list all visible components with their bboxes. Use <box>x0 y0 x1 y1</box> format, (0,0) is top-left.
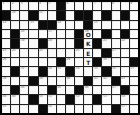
cell-r10c12[interactable] <box>102 86 110 94</box>
cell-r2c2[interactable]: 10 <box>11 11 19 19</box>
clue-number: 45 <box>57 86 61 90</box>
black-cell-r11c11 <box>93 95 101 103</box>
cell-r2c13[interactable] <box>112 11 120 19</box>
cell-r1c10[interactable] <box>84 2 92 10</box>
cell-r1c13[interactable]: 8 <box>112 2 120 10</box>
cell-r12c2[interactable] <box>11 105 19 113</box>
clue-number: 55 <box>3 105 7 109</box>
clue-number: 6 <box>66 2 68 6</box>
cell-r6c1[interactable]: 23 <box>2 49 10 57</box>
clue-number: 38 <box>3 77 7 81</box>
black-cell-r5c5 <box>39 39 47 47</box>
cell-r9c5[interactable]: 39 <box>39 77 47 85</box>
clue-number: 10 <box>12 11 16 15</box>
cell-r3c2[interactable] <box>11 21 19 29</box>
clue-number: 32 <box>48 67 52 71</box>
clue-number: 33 <box>57 67 61 71</box>
cell-r11c5[interactable]: 50 <box>39 95 47 103</box>
cell-r6c8[interactable] <box>66 49 74 57</box>
cell-r6c2[interactable]: 24 <box>11 49 19 57</box>
clue-number: 5 <box>48 2 50 6</box>
cell-r8c11[interactable]: 35 <box>93 67 101 75</box>
cell-r5c15[interactable] <box>130 39 138 47</box>
black-cell-r10c9 <box>75 86 83 94</box>
clue-number: 41 <box>94 77 98 81</box>
cell-r9c12[interactable]: 42 <box>102 77 110 85</box>
cell-r12c7[interactable] <box>57 105 65 113</box>
black-cell-r3c5 <box>39 21 47 29</box>
cell-r8c1[interactable] <box>2 67 10 75</box>
cell-r11c15[interactable] <box>130 95 138 103</box>
filled-letter: K <box>84 39 92 47</box>
cell-r4c3[interactable]: 16 <box>20 30 28 38</box>
cell-r7c3[interactable] <box>20 58 28 66</box>
black-cell-r12c5 <box>39 105 47 113</box>
cell-r3c12[interactable] <box>102 21 110 29</box>
black-cell-r4c9 <box>75 30 83 38</box>
black-cell-r1c7 <box>57 2 65 10</box>
cell-r7c12[interactable]: 30 <box>102 58 110 66</box>
clue-number: 9 <box>130 2 132 6</box>
cell-r1c11[interactable]: 7 <box>93 2 101 10</box>
black-cell-r9c13 <box>112 77 120 85</box>
clue-number: 53 <box>103 95 107 99</box>
clue-number: 8 <box>112 2 114 6</box>
cell-r5c3[interactable]: 19 <box>20 39 28 47</box>
cell-r1c4[interactable] <box>29 2 37 10</box>
cell-r7c10[interactable]: T <box>84 58 92 66</box>
cell-r10c4[interactable] <box>29 86 37 94</box>
cell-r3c3[interactable] <box>20 21 28 29</box>
cell-r1c8[interactable]: 6 <box>66 2 74 10</box>
cell-r9c14[interactable]: 43 <box>121 77 129 85</box>
cell-r7c1[interactable]: 28 <box>2 58 10 66</box>
clue-number: 14 <box>57 21 61 25</box>
cell-r1c12[interactable] <box>102 2 110 10</box>
clue-number: 1 <box>3 2 5 6</box>
cell-r6c13[interactable]: 27 <box>112 49 120 57</box>
clue-number: 21 <box>103 39 107 43</box>
clue-number: 56 <box>48 105 52 109</box>
black-cell-r3c10 <box>84 21 92 29</box>
cell-r10c11[interactable] <box>93 86 101 94</box>
black-cell-r2c7 <box>57 11 65 19</box>
cell-r12c6[interactable]: 56 <box>48 105 56 113</box>
clue-number: 26 <box>76 49 80 53</box>
black-cell-r8c12 <box>102 67 110 75</box>
black-cell-r10c2 <box>11 86 19 94</box>
cell-r9c6[interactable] <box>48 77 56 85</box>
cell-r10c7[interactable]: 45 <box>57 86 65 94</box>
cell-r12c15[interactable] <box>130 105 138 113</box>
cell-r10c13[interactable]: 47 <box>112 86 120 94</box>
black-cell-r2c9 <box>75 11 83 19</box>
clue-number: 17 <box>48 30 52 34</box>
cell-r6c11[interactable] <box>93 49 101 57</box>
cell-r6c9[interactable]: 26 <box>75 49 83 57</box>
clue-number: 35 <box>94 67 98 71</box>
black-cell-r2c1 <box>2 11 10 19</box>
clue-number: 47 <box>112 86 116 90</box>
cell-r10c10[interactable]: 46 <box>84 86 92 94</box>
clue-number: 27 <box>112 49 116 53</box>
cell-r9c8[interactable]: 40 <box>66 77 74 85</box>
clue-number: 34 <box>76 67 80 71</box>
crossword-grid: 123456789101112131415161718O1920K2122232… <box>2 2 138 113</box>
clue-number: 15 <box>94 21 98 25</box>
cell-r4c10[interactable]: 18O <box>84 30 92 38</box>
cell-r7c6[interactable] <box>48 58 56 66</box>
cell-r5c1[interactable] <box>2 39 10 47</box>
black-cell-r12c13 <box>112 105 120 113</box>
clue-number: 20 <box>48 39 52 43</box>
cell-r10c1[interactable] <box>2 86 10 94</box>
cell-r5c8[interactable] <box>66 39 74 47</box>
black-cell-r11c8 <box>66 95 74 103</box>
black-cell-r8c5 <box>39 67 47 75</box>
black-cell-r9c4 <box>29 77 37 85</box>
cell-r4c6[interactable]: 17 <box>48 30 56 38</box>
clue-number: 19 <box>21 39 25 43</box>
cell-r11c10[interactable] <box>84 95 92 103</box>
cell-r1c3[interactable]: 3 <box>20 2 28 10</box>
cell-r10c15[interactable] <box>130 86 138 94</box>
clue-number: 16 <box>21 30 25 34</box>
cell-r5c13[interactable] <box>112 39 120 47</box>
cell-r4c11[interactable] <box>93 30 101 38</box>
clue-number: 31 <box>21 67 25 71</box>
cell-r9c9[interactable] <box>75 77 83 85</box>
clue-number: 29 <box>66 58 70 62</box>
cell-r4c5[interactable] <box>39 30 47 38</box>
cell-r9c2[interactable] <box>11 77 19 85</box>
cell-r4c4[interactable] <box>29 30 37 38</box>
cell-r3c1[interactable]: 12 <box>2 21 10 29</box>
cell-r1c5[interactable]: 4 <box>39 2 47 10</box>
cell-r6c10[interactable]: E <box>84 49 92 57</box>
cell-r3c4[interactable]: 13 <box>29 21 37 29</box>
black-cell-r11c4 <box>29 95 37 103</box>
cell-r8c3[interactable]: 31 <box>20 67 28 75</box>
black-cell-r2c10 <box>84 11 92 19</box>
cell-r12c8[interactable] <box>66 105 74 113</box>
cell-r12c9[interactable] <box>75 105 83 113</box>
cell-r9c15[interactable] <box>130 77 138 85</box>
cell-r7c8[interactable]: 29 <box>66 58 74 66</box>
cell-r9c7[interactable] <box>57 77 65 85</box>
clue-number: 40 <box>66 77 70 81</box>
black-cell-r7c15 <box>130 58 138 66</box>
cell-r2c8[interactable] <box>66 11 74 19</box>
clue-number: 46 <box>85 86 89 90</box>
cell-r8c10[interactable] <box>84 67 92 75</box>
black-cell-r4c14 <box>121 30 129 38</box>
cell-r3c15[interactable] <box>130 21 138 29</box>
cell-r11c7[interactable] <box>57 95 65 103</box>
black-cell-r2c12 <box>102 11 110 19</box>
clue-number: 23 <box>3 49 7 53</box>
cell-r11c9[interactable]: 52 <box>75 95 83 103</box>
clue-number: 3 <box>21 2 23 6</box>
black-cell-r10c14 <box>121 86 129 94</box>
filled-letter: O <box>84 30 92 38</box>
cell-r9c3[interactable] <box>20 77 28 85</box>
cell-r11c3[interactable] <box>20 95 28 103</box>
clue-number: 37 <box>130 67 134 71</box>
cell-r12c4[interactable] <box>29 105 37 113</box>
cell-r3c13[interactable] <box>112 21 120 29</box>
black-cell-r3c6 <box>48 21 56 29</box>
cell-r7c4[interactable] <box>29 58 37 66</box>
clue-number: 24 <box>12 49 16 53</box>
cell-r6c14[interactable] <box>121 49 129 57</box>
clue-number: 50 <box>39 95 43 99</box>
clue-number: 43 <box>121 77 125 81</box>
black-cell-r8c2 <box>11 67 19 75</box>
cell-r3c9[interactable] <box>75 21 83 29</box>
black-cell-r6c12 <box>102 49 110 57</box>
clue-number: 11 <box>39 11 43 15</box>
cell-r8c6[interactable]: 32 <box>48 67 56 75</box>
cell-r12c14[interactable]: 57 <box>121 105 129 113</box>
clue-number: 36 <box>112 67 116 71</box>
cell-r6c15[interactable] <box>130 49 138 57</box>
crossword-board: 123456789101112131415161718O1920K2122232… <box>0 0 140 115</box>
cell-r1c15[interactable]: 9 <box>130 2 138 10</box>
cell-r5c7[interactable] <box>57 39 65 47</box>
cell-r2c3[interactable] <box>20 11 28 19</box>
cell-r2c6[interactable] <box>48 11 56 19</box>
clue-number: 54 <box>121 95 125 99</box>
cell-r1c2[interactable]: 2 <box>11 2 19 10</box>
cell-r6c6[interactable] <box>48 49 56 57</box>
cell-r3c8[interactable] <box>66 21 74 29</box>
black-cell-r7c7 <box>57 58 65 66</box>
black-cell-r5c9 <box>75 39 83 47</box>
cell-r10c3[interactable]: 44 <box>20 86 28 94</box>
cell-r9c1[interactable]: 38 <box>2 77 10 85</box>
cell-r6c3[interactable] <box>20 49 28 57</box>
cell-r4c8[interactable] <box>66 30 74 38</box>
cell-r12c1[interactable]: 55 <box>2 105 10 113</box>
clue-number: 57 <box>121 105 125 109</box>
cell-r11c14[interactable]: 54 <box>121 95 129 103</box>
clue-number: 42 <box>103 77 107 81</box>
black-cell-r5c11 <box>93 39 101 47</box>
cell-r4c15[interactable] <box>130 30 138 38</box>
cell-r6c4[interactable] <box>29 49 37 57</box>
clue-number: 28 <box>3 58 7 62</box>
black-cell-r5c2 <box>11 39 19 47</box>
clue-number: 7 <box>94 2 96 6</box>
cell-r7c9[interactable] <box>75 58 83 66</box>
black-cell-r7c11 <box>93 58 101 66</box>
clue-number: 13 <box>30 21 34 25</box>
clue-number: 48 <box>3 95 7 99</box>
cell-r12c10[interactable] <box>84 105 92 113</box>
cell-r2c11[interactable] <box>93 11 101 19</box>
clue-number: 51 <box>48 95 52 99</box>
cell-r12c12[interactable] <box>102 105 110 113</box>
cell-r1c1[interactable]: 1 <box>2 2 10 10</box>
black-cell-r10c6 <box>48 86 56 94</box>
cell-r8c15[interactable]: 37 <box>130 67 138 75</box>
cell-r1c6[interactable]: 5 <box>48 2 56 10</box>
cell-r7c5[interactable] <box>39 58 47 66</box>
cell-r2c5[interactable]: 11 <box>39 11 47 19</box>
cell-r3c11[interactable]: 15 <box>93 21 101 29</box>
black-cell-r2c4 <box>29 11 37 19</box>
cell-r10c5[interactable] <box>39 86 47 94</box>
cell-r12c11[interactable] <box>93 105 101 113</box>
cell-r5c6[interactable]: 20 <box>48 39 56 47</box>
cell-r4c7[interactable] <box>57 30 65 38</box>
black-cell-r2c14 <box>121 11 129 19</box>
cell-r2c15[interactable] <box>130 11 138 19</box>
clue-number: 25 <box>39 49 43 53</box>
black-cell-r9c10 <box>84 77 92 85</box>
cell-r12c3[interactable] <box>20 105 28 113</box>
cell-r8c13[interactable]: 36 <box>112 67 120 75</box>
cell-r8c9[interactable]: 34 <box>75 67 83 75</box>
clue-number: 44 <box>21 86 25 90</box>
cell-r6c7[interactable] <box>57 49 65 57</box>
cell-r4c13[interactable] <box>112 30 120 38</box>
clue-number: 4 <box>39 2 41 6</box>
clue-number: 22 <box>121 39 125 43</box>
clue-number: 49 <box>12 95 16 99</box>
cell-r7c2[interactable] <box>11 58 19 66</box>
cell-r11c2[interactable]: 49 <box>11 95 19 103</box>
cell-r5c12[interactable]: 21 <box>102 39 110 47</box>
clue-number: 12 <box>3 21 7 25</box>
filled-letter: T <box>84 58 92 66</box>
cell-r11c12[interactable]: 53 <box>102 95 110 103</box>
clue-number: 52 <box>76 95 80 99</box>
cell-r1c9[interactable] <box>75 2 83 10</box>
cell-r5c10[interactable]: K <box>84 39 92 47</box>
cell-r6c5[interactable]: 25 <box>39 49 47 57</box>
black-cell-r4c12 <box>102 30 110 38</box>
cell-r3c14[interactable] <box>121 21 129 29</box>
clue-number: 2 <box>12 2 14 6</box>
black-cell-r4c2 <box>11 30 19 38</box>
black-cell-r8c8 <box>66 67 74 75</box>
cell-r10c8[interactable] <box>66 86 74 94</box>
cell-r8c4[interactable] <box>29 67 37 75</box>
cell-r11c6[interactable]: 51 <box>48 95 56 103</box>
cell-r7c14[interactable] <box>121 58 129 66</box>
cell-r5c14[interactable]: 22 <box>121 39 129 47</box>
cell-r11c13[interactable] <box>112 95 120 103</box>
cell-r8c7[interactable]: 33 <box>57 67 65 75</box>
cell-r7c13[interactable] <box>112 58 120 66</box>
clue-number: 39 <box>39 77 43 81</box>
cell-r8c14[interactable] <box>121 67 129 75</box>
clue-number: 30 <box>103 58 107 62</box>
cell-r3c7[interactable]: 14 <box>57 21 65 29</box>
cell-r5c4[interactable] <box>29 39 37 47</box>
filled-letter: E <box>84 49 92 57</box>
cell-r9c11[interactable]: 41 <box>93 77 101 85</box>
cell-r1c14[interactable] <box>121 2 129 10</box>
cell-r11c1[interactable]: 48 <box>2 95 10 103</box>
cell-r4c1[interactable] <box>2 30 10 38</box>
